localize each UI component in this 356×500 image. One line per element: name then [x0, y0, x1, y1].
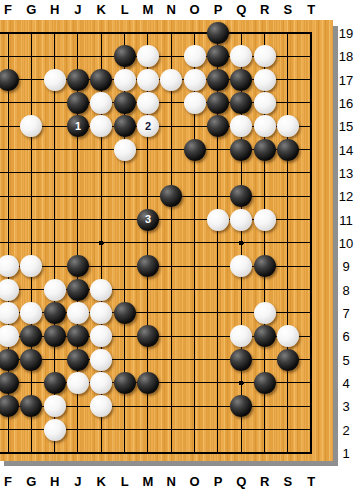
stone-black-J15: 1: [67, 115, 89, 137]
col-label-bottom-L: L: [121, 474, 129, 489]
stone-white-K4: [90, 372, 112, 394]
stone-black-R6: [254, 325, 276, 347]
row-label-8: 8: [342, 282, 349, 297]
stone-black-J6: [67, 325, 89, 347]
stone-black-H7: [44, 302, 66, 324]
stone-black-R9: [254, 255, 276, 277]
stone-white-S15: [277, 115, 299, 137]
stone-white-K15: [90, 115, 112, 137]
stone-black-Q12: [230, 185, 252, 207]
stone-black-J16: [67, 92, 89, 114]
stone-black-M9: [137, 255, 159, 277]
move-number-label: 1: [75, 121, 81, 132]
col-label-top-P: P: [214, 2, 223, 17]
board-shadow-bottom: [4, 461, 338, 466]
stone-white-O18: [184, 45, 206, 67]
stone-white-M18: [137, 45, 159, 67]
stone-white-N17: [160, 69, 182, 91]
row-label-16: 16: [339, 95, 353, 110]
row-label-14: 14: [339, 142, 353, 157]
stone-white-R7: [254, 302, 276, 324]
stone-white-S6: [277, 325, 299, 347]
row-label-7: 7: [342, 305, 349, 320]
stone-white-Q18: [230, 45, 252, 67]
stone-white-R11: [254, 209, 276, 231]
stone-black-J9: [67, 255, 89, 277]
stone-white-G15: [20, 115, 42, 137]
stone-white-Q15: [230, 115, 252, 137]
stone-black-G3: [20, 395, 42, 417]
col-label-top-O: O: [190, 2, 200, 17]
col-label-bottom-H: H: [50, 474, 59, 489]
stone-black-F3: [0, 395, 19, 417]
col-label-bottom-N: N: [167, 474, 176, 489]
stone-black-L15: [114, 115, 136, 137]
row-label-1: 1: [342, 445, 349, 460]
col-label-bottom-S: S: [284, 474, 293, 489]
row-label-4: 4: [342, 375, 349, 390]
stone-white-K16: [90, 92, 112, 114]
stone-white-G7: [20, 302, 42, 324]
col-label-bottom-M: M: [143, 474, 154, 489]
stone-black-P16: [207, 92, 229, 114]
stone-black-L4: [114, 372, 136, 394]
stone-black-J8: [67, 279, 89, 301]
col-label-top-T: T: [307, 2, 315, 17]
stone-white-O16: [184, 92, 206, 114]
stone-black-Q14: [230, 139, 252, 161]
go-diagram: 123 FGHJKLMNOPQRSTFGHJKLMNOPQRST19181716…: [0, 0, 356, 500]
stone-black-L18: [114, 45, 136, 67]
stone-black-O14: [184, 139, 206, 161]
stone-white-K5: [90, 349, 112, 371]
stone-white-J4: [67, 372, 89, 394]
move-number-label: 2: [145, 121, 151, 132]
row-label-6: 6: [342, 329, 349, 344]
row-label-3: 3: [342, 399, 349, 414]
stone-white-F7: [0, 302, 19, 324]
row-label-11: 11: [339, 212, 353, 227]
row-label-19: 19: [339, 26, 353, 41]
col-label-top-M: M: [143, 2, 154, 17]
row-label-12: 12: [339, 189, 353, 204]
stone-white-Q11: [230, 209, 252, 231]
stone-black-L16: [114, 92, 136, 114]
col-label-top-K: K: [97, 2, 106, 17]
stone-black-J5: [67, 349, 89, 371]
stone-black-G5: [20, 349, 42, 371]
row-label-17: 17: [339, 72, 353, 87]
board-shadow-right: [333, 26, 338, 466]
stone-white-P11: [207, 209, 229, 231]
row-label-15: 15: [339, 119, 353, 134]
stone-black-P17: [207, 69, 229, 91]
stone-white-F8: [0, 279, 19, 301]
stone-white-F9: [0, 255, 19, 277]
stone-black-P15: [207, 115, 229, 137]
stone-white-L14: [114, 139, 136, 161]
stone-black-Q16: [230, 92, 252, 114]
col-label-top-G: G: [26, 2, 36, 17]
go-board[interactable]: 123: [0, 20, 333, 461]
col-label-top-N: N: [167, 2, 176, 17]
stone-black-R4: [254, 372, 276, 394]
col-label-top-J: J: [74, 2, 81, 17]
stone-black-P18: [207, 45, 229, 67]
stone-black-R14: [254, 139, 276, 161]
col-label-top-R: R: [260, 2, 269, 17]
col-label-bottom-P: P: [214, 474, 223, 489]
stone-black-M6: [137, 325, 159, 347]
stone-white-Q6: [230, 325, 252, 347]
stone-white-M17: [137, 69, 159, 91]
stone-black-M4: [137, 372, 159, 394]
row-label-13: 13: [339, 165, 353, 180]
stones-layer: 123: [0, 20, 333, 461]
col-label-bottom-Q: Q: [236, 474, 246, 489]
row-label-5: 5: [342, 352, 349, 367]
row-label-2: 2: [342, 422, 349, 437]
stone-black-G6: [20, 325, 42, 347]
stone-black-H4: [44, 372, 66, 394]
stone-white-M16: [137, 92, 159, 114]
stone-black-K17: [90, 69, 112, 91]
stone-white-L17: [114, 69, 136, 91]
stone-black-N12: [160, 185, 182, 207]
move-number-label: 3: [145, 214, 151, 225]
stone-black-F4: [0, 372, 19, 394]
stone-white-G9: [20, 255, 42, 277]
stone-black-J17: [67, 69, 89, 91]
stone-white-H2: [44, 419, 66, 441]
stone-white-R15: [254, 115, 276, 137]
row-label-18: 18: [339, 49, 353, 64]
stone-white-K6: [90, 325, 112, 347]
stone-black-M11: 3: [137, 209, 159, 231]
row-label-10: 10: [339, 235, 353, 250]
stone-white-K7: [90, 302, 112, 324]
stone-white-M15: 2: [137, 115, 159, 137]
col-label-top-S: S: [284, 2, 293, 17]
col-label-bottom-J: J: [74, 474, 81, 489]
col-label-bottom-R: R: [260, 474, 269, 489]
col-label-bottom-O: O: [190, 474, 200, 489]
stone-black-P19: [207, 22, 229, 44]
row-label-9: 9: [342, 259, 349, 274]
stone-white-F6: [0, 325, 19, 347]
stone-black-L7: [114, 302, 136, 324]
stone-white-H3: [44, 395, 66, 417]
stone-white-H17: [44, 69, 66, 91]
stone-black-Q3: [230, 395, 252, 417]
stone-white-R17: [254, 69, 276, 91]
stone-black-S5: [277, 349, 299, 371]
stone-black-S14: [277, 139, 299, 161]
stone-white-R18: [254, 45, 276, 67]
col-label-top-Q: Q: [236, 2, 246, 17]
stone-black-Q5: [230, 349, 252, 371]
stone-black-H6: [44, 325, 66, 347]
stone-white-H8: [44, 279, 66, 301]
col-label-top-L: L: [121, 2, 129, 17]
stone-black-F17: [0, 69, 19, 91]
col-label-bottom-K: K: [97, 474, 106, 489]
stone-white-K8: [90, 279, 112, 301]
stone-black-Q17: [230, 69, 252, 91]
stone-white-R16: [254, 92, 276, 114]
col-label-bottom-T: T: [307, 474, 315, 489]
col-label-top-H: H: [50, 2, 59, 17]
stone-white-O17: [184, 69, 206, 91]
col-label-top-F: F: [4, 2, 12, 17]
col-label-bottom-G: G: [26, 474, 36, 489]
stone-black-F5: [0, 349, 19, 371]
stone-white-J7: [67, 302, 89, 324]
col-label-bottom-F: F: [4, 474, 12, 489]
stone-white-K3: [90, 395, 112, 417]
stone-white-Q9: [230, 255, 252, 277]
